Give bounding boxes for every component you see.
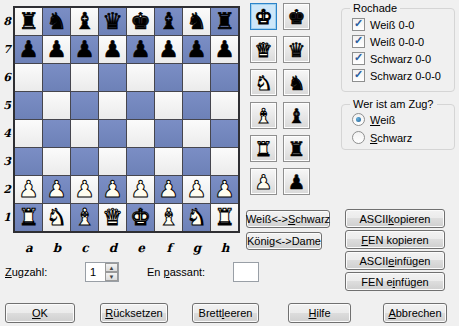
square-f1[interactable]: ♝	[155, 204, 182, 231]
black-knight-piece: ♞	[186, 10, 207, 33]
square-d4[interactable]	[99, 120, 126, 147]
square-a5[interactable]	[15, 92, 42, 119]
turn-group: Wer ist am Zug? Weiß Schwarz	[341, 104, 455, 150]
black-king-piece: ♚	[130, 10, 151, 33]
square-d8[interactable]: ♛	[99, 8, 126, 35]
black-rook-icon: ♜	[288, 139, 306, 159]
square-a6[interactable]	[15, 64, 42, 91]
file-labels: abcdefgh	[15, 241, 239, 255]
square-h7[interactable]: ♟	[211, 36, 238, 63]
black-pawn-icon: ♟	[288, 172, 306, 192]
square-b1[interactable]: ♞	[43, 204, 70, 231]
square-h3[interactable]	[211, 148, 238, 175]
palette-white-rook-button[interactable]: ♜	[250, 135, 277, 162]
radio-unselected-icon	[352, 131, 365, 144]
checkbox-label: Weiß 0-0	[370, 19, 414, 31]
radio-white-to-move[interactable]: Weiß	[352, 113, 454, 126]
ascii-copy-button[interactable]: ASCII kopieren	[345, 209, 445, 228]
white-bishop-piece: ♝	[158, 206, 179, 229]
board-frame: ♜♞♝♛♚♝♞♜♟♟♟♟♟♟♟♟♟♟♟♟♟♟♟♟♜♞♝♛♚♝♞♜	[13, 6, 240, 233]
black-pawn-piece: ♟	[214, 38, 235, 61]
rank-label-1: 1	[2, 204, 12, 232]
en-passant-label: En passant:	[147, 266, 205, 278]
black-pawn-piece: ♟	[130, 38, 151, 61]
checkbox-checked-icon: ✓	[352, 69, 365, 82]
black-pawn-piece: ♟	[102, 38, 123, 61]
reset-button[interactable]: Rücksetzen	[100, 303, 168, 323]
black-pawn-piece: ♟	[186, 38, 207, 61]
white-rook-piece: ♜	[214, 206, 235, 229]
white-pawn-piece: ♟	[158, 178, 179, 201]
palette-white-bishop-button[interactable]: ♝	[250, 102, 277, 129]
black-knight-piece: ♞	[46, 10, 67, 33]
white-pawn-piece: ♟	[186, 178, 207, 201]
square-f8[interactable]: ♝	[155, 8, 182, 35]
rank-label-2: 2	[2, 176, 12, 204]
file-label-g: g	[183, 241, 211, 255]
square-c1[interactable]: ♝	[71, 204, 98, 231]
square-g7[interactable]: ♟	[183, 36, 210, 63]
fen-copy-button[interactable]: FEN kopieren	[345, 230, 445, 249]
black-bishop-piece: ♝	[158, 10, 179, 33]
file-label-f: f	[155, 241, 183, 255]
rank-label-8: 8	[2, 8, 12, 36]
turn-group-title: Wer ist am Zug?	[350, 97, 437, 111]
square-g3[interactable]	[183, 148, 210, 175]
palette-black-king-button[interactable]: ♚	[283, 3, 310, 30]
white-pawn-icon: ♟	[255, 172, 273, 192]
rank-labels: 87654321	[2, 8, 12, 232]
fen-paste-button[interactable]: FEN einfügen	[345, 272, 445, 291]
white-pawn-piece: ♟	[102, 178, 123, 201]
black-king-icon: ♚	[288, 7, 306, 27]
square-b6[interactable]	[43, 64, 70, 91]
palette-black-knight-button[interactable]: ♞	[283, 69, 310, 96]
white-king-piece: ♚	[130, 206, 151, 229]
white-pawn-piece: ♟	[18, 178, 39, 201]
square-g2[interactable]: ♟	[183, 176, 210, 203]
black-rook-piece: ♜	[214, 10, 235, 33]
radio-label: Schwarz	[370, 132, 412, 144]
square-c2[interactable]: ♟	[71, 176, 98, 203]
black-pawn-piece: ♟	[46, 38, 67, 61]
radio-black-to-move[interactable]: Schwarz	[352, 131, 454, 144]
castling-group: Rochade ✓ Weiß 0-0 ✓ Weiß 0-0-0 ✓ Schwar…	[341, 8, 455, 92]
square-h8[interactable]: ♜	[211, 8, 238, 35]
black-bishop-piece: ♝	[74, 10, 95, 33]
square-a3[interactable]	[15, 148, 42, 175]
black-bishop-icon: ♝	[288, 106, 306, 126]
black-pawn-piece: ♟	[74, 38, 95, 61]
square-e7[interactable]: ♟	[127, 36, 154, 63]
ok-button[interactable]: OK	[5, 303, 75, 323]
checkbox-white-kingside[interactable]: ✓ Weiß 0-0	[352, 18, 454, 31]
rank-label-7: 7	[2, 36, 12, 64]
square-d7[interactable]: ♟	[99, 36, 126, 63]
square-g8[interactable]: ♞	[183, 8, 210, 35]
file-label-b: b	[43, 241, 71, 255]
square-d5[interactable]	[99, 92, 126, 119]
spinner-buttons: ▲ ▼	[105, 263, 118, 281]
square-f3[interactable]	[155, 148, 182, 175]
black-pawn-piece: ♟	[18, 38, 39, 61]
checkbox-checked-icon: ✓	[352, 52, 365, 65]
checkbox-label: Weiß 0-0-0	[370, 36, 424, 48]
swap-colors-button[interactable]: Weiß<->Schwarz	[246, 210, 330, 228]
radio-selected-icon	[352, 113, 365, 126]
checkbox-white-queenside[interactable]: ✓ Weiß 0-0-0	[352, 35, 454, 48]
square-g4[interactable]	[183, 120, 210, 147]
white-bishop-piece: ♝	[74, 206, 95, 229]
checkbox-black-queenside[interactable]: ✓ Schwarz 0-0-0	[352, 69, 454, 82]
help-button[interactable]: Hilfe	[288, 303, 351, 323]
checkbox-label: Schwarz 0-0	[370, 53, 431, 65]
spin-down-icon[interactable]: ▼	[105, 272, 118, 281]
square-b3[interactable]	[43, 148, 70, 175]
square-a1[interactable]: ♜	[15, 204, 42, 231]
palette-white-queen-button[interactable]: ♛	[250, 36, 277, 63]
cancel-button[interactable]: Abbrechen	[383, 303, 447, 323]
white-pawn-piece: ♟	[46, 178, 67, 201]
square-c7[interactable]: ♟	[71, 36, 98, 63]
swap-king-queen-button[interactable]: König<->Dame	[246, 232, 322, 250]
rank-label-6: 6	[2, 64, 12, 92]
square-c4[interactable]	[71, 120, 98, 147]
white-rook-icon: ♜	[255, 139, 273, 159]
square-h2[interactable]: ♟	[211, 176, 238, 203]
white-pawn-piece: ♟	[74, 178, 95, 201]
white-king-icon: ♚	[255, 7, 273, 27]
palette-white-king-button[interactable]: ♚	[250, 3, 277, 30]
palette-black-rook-button[interactable]: ♜	[283, 135, 310, 162]
square-d6[interactable]	[99, 64, 126, 91]
square-a8[interactable]: ♜	[15, 8, 42, 35]
square-c3[interactable]	[71, 148, 98, 175]
square-e1[interactable]: ♚	[127, 204, 154, 231]
square-b5[interactable]	[43, 92, 70, 119]
file-label-c: c	[71, 241, 99, 255]
palette-white-knight-button[interactable]: ♞	[250, 69, 277, 96]
square-f4[interactable]	[155, 120, 182, 147]
white-knight-piece: ♞	[186, 206, 207, 229]
square-b8[interactable]: ♞	[43, 8, 70, 35]
file-label-a: a	[15, 241, 43, 255]
square-c8[interactable]: ♝	[71, 8, 98, 35]
en-passant-input[interactable]	[233, 262, 259, 282]
square-b2[interactable]: ♟	[43, 176, 70, 203]
white-rook-piece: ♜	[18, 206, 39, 229]
square-d3[interactable]	[99, 148, 126, 175]
square-c5[interactable]	[71, 92, 98, 119]
square-c6[interactable]	[71, 64, 98, 91]
move-number-spinner[interactable]: 1 ▲ ▼	[85, 262, 119, 282]
white-queen-piece: ♛	[102, 206, 123, 229]
square-b7[interactable]: ♟	[43, 36, 70, 63]
checkbox-black-kingside[interactable]: ✓ Schwarz 0-0	[352, 52, 454, 65]
square-g1[interactable]: ♞	[183, 204, 210, 231]
position-setup-dialog: 87654321 ♜♞♝♛♚♝♞♜♟♟♟♟♟♟♟♟♟♟♟♟♟♟♟♟♜♞♝♛♚♝♞…	[0, 0, 459, 326]
square-f7[interactable]: ♟	[155, 36, 182, 63]
square-a2[interactable]: ♟	[15, 176, 42, 203]
square-e3[interactable]	[127, 148, 154, 175]
square-e5[interactable]	[127, 92, 154, 119]
square-h5[interactable]	[211, 92, 238, 119]
rank-label-4: 4	[2, 120, 12, 148]
white-knight-piece: ♞	[46, 206, 67, 229]
white-queen-icon: ♛	[255, 40, 273, 60]
square-f5[interactable]	[155, 92, 182, 119]
black-pawn-piece: ♟	[158, 38, 179, 61]
black-queen-piece: ♛	[102, 10, 123, 33]
square-e8[interactable]: ♚	[127, 8, 154, 35]
square-e6[interactable]	[127, 64, 154, 91]
chess-board[interactable]: ♜♞♝♛♚♝♞♜♟♟♟♟♟♟♟♟♟♟♟♟♟♟♟♟♜♞♝♛♚♝♞♜	[15, 8, 238, 231]
square-g6[interactable]	[183, 64, 210, 91]
clear-board-button[interactable]: Brett leeren	[192, 303, 259, 323]
black-rook-piece: ♜	[18, 10, 39, 33]
square-f6[interactable]	[155, 64, 182, 91]
black-knight-icon: ♞	[288, 73, 306, 93]
square-g5[interactable]	[183, 92, 210, 119]
checkbox-checked-icon: ✓	[352, 18, 365, 31]
spin-up-icon[interactable]: ▲	[105, 263, 118, 272]
palette-black-bishop-button[interactable]: ♝	[283, 102, 310, 129]
square-b4[interactable]	[43, 120, 70, 147]
piece-palette: ♚♚♛♛♞♞♝♝♜♜♟♟	[250, 3, 310, 195]
rank-label-5: 5	[2, 92, 12, 120]
white-pawn-piece: ♟	[130, 178, 151, 201]
square-d2[interactable]: ♟	[99, 176, 126, 203]
palette-black-pawn-button[interactable]: ♟	[283, 168, 310, 195]
file-label-h: h	[211, 241, 239, 255]
square-d1[interactable]: ♛	[99, 204, 126, 231]
square-a7[interactable]: ♟	[15, 36, 42, 63]
radio-label: Weiß	[370, 114, 395, 126]
move-number-value: 1	[86, 263, 105, 281]
square-e2[interactable]: ♟	[127, 176, 154, 203]
square-h4[interactable]	[211, 120, 238, 147]
castling-group-title: Rochade	[350, 1, 400, 15]
square-h1[interactable]: ♜	[211, 204, 238, 231]
white-knight-icon: ♞	[255, 73, 273, 93]
black-queen-icon: ♛	[288, 40, 306, 60]
file-label-e: e	[127, 241, 155, 255]
palette-black-queen-button[interactable]: ♛	[283, 36, 310, 63]
square-f2[interactable]: ♟	[155, 176, 182, 203]
white-pawn-piece: ♟	[214, 178, 235, 201]
square-e4[interactable]	[127, 120, 154, 147]
rank-label-3: 3	[2, 148, 12, 176]
checkbox-checked-icon: ✓	[352, 35, 365, 48]
palette-white-pawn-button[interactable]: ♟	[250, 168, 277, 195]
checkbox-label: Schwarz 0-0-0	[370, 70, 441, 82]
move-number-label: Zugzahl:	[5, 266, 47, 278]
white-bishop-icon: ♝	[255, 106, 273, 126]
square-h6[interactable]	[211, 64, 238, 91]
ascii-paste-button[interactable]: ASCII einfügen	[345, 251, 445, 270]
square-a4[interactable]	[15, 120, 42, 147]
file-label-d: d	[99, 241, 127, 255]
